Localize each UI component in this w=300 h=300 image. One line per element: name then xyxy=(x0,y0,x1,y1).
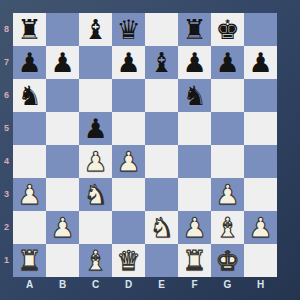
square-d2[interactable] xyxy=(112,211,145,244)
square-f4[interactable] xyxy=(178,145,211,178)
black-pawn[interactable]: ♟ xyxy=(83,112,107,145)
file-label-a: A xyxy=(13,277,46,300)
rank-label-8: 8 xyxy=(0,13,13,46)
square-b4[interactable] xyxy=(46,145,79,178)
file-label-h: H xyxy=(244,277,277,300)
rank-label-4: 4 xyxy=(0,145,13,178)
square-c6[interactable] xyxy=(79,79,112,112)
square-h8[interactable] xyxy=(244,13,277,46)
square-e1[interactable] xyxy=(145,244,178,277)
square-g5[interactable] xyxy=(211,112,244,145)
square-a2[interactable] xyxy=(13,211,46,244)
file-label-g: G xyxy=(211,277,244,300)
square-b8[interactable] xyxy=(46,13,79,46)
square-e8[interactable] xyxy=(145,13,178,46)
square-b7[interactable]: ♟ xyxy=(46,46,79,79)
black-pawn[interactable]: ♟ xyxy=(50,46,74,79)
square-h1[interactable] xyxy=(244,244,277,277)
square-c2[interactable] xyxy=(79,211,112,244)
square-g6[interactable] xyxy=(211,79,244,112)
rank-label-1: 1 xyxy=(0,244,13,277)
rank-label-7: 7 xyxy=(0,46,13,79)
black-rook[interactable]: ♜ xyxy=(182,13,206,46)
white-pawn[interactable]: ♟ xyxy=(248,211,272,244)
square-d6[interactable] xyxy=(112,79,145,112)
square-f3[interactable] xyxy=(178,178,211,211)
square-h7[interactable]: ♟ xyxy=(244,46,277,79)
rank-label-2: 2 xyxy=(0,211,13,244)
white-bishop[interactable]: ♝ xyxy=(215,211,239,244)
black-knight[interactable]: ♞ xyxy=(182,79,206,112)
square-h2[interactable]: ♟ xyxy=(244,211,277,244)
square-d8[interactable]: ♛ xyxy=(112,13,145,46)
rank-label-3: 3 xyxy=(0,178,13,211)
chess-board[interactable]: ♜♝♛♜♚♟♟♟♝♟♟♟♞♞♟♟♟♟♞♟♟♞♟♝♟♜♝♛♜♚ xyxy=(13,13,277,277)
square-a8[interactable]: ♜ xyxy=(13,13,46,46)
square-h5[interactable] xyxy=(244,112,277,145)
square-f7[interactable]: ♟ xyxy=(178,46,211,79)
square-b5[interactable] xyxy=(46,112,79,145)
square-a4[interactable] xyxy=(13,145,46,178)
square-d5[interactable] xyxy=(112,112,145,145)
white-pawn[interactable]: ♟ xyxy=(83,145,107,178)
square-c4[interactable]: ♟ xyxy=(79,145,112,178)
square-e2[interactable]: ♞ xyxy=(145,211,178,244)
white-pawn[interactable]: ♟ xyxy=(215,178,239,211)
square-h3[interactable] xyxy=(244,178,277,211)
square-e5[interactable] xyxy=(145,112,178,145)
square-f5[interactable] xyxy=(178,112,211,145)
black-pawn[interactable]: ♟ xyxy=(17,46,41,79)
square-a5[interactable] xyxy=(13,112,46,145)
square-d7[interactable]: ♟ xyxy=(112,46,145,79)
square-c5[interactable]: ♟ xyxy=(79,112,112,145)
white-pawn[interactable]: ♟ xyxy=(50,211,74,244)
square-g1[interactable]: ♚ xyxy=(211,244,244,277)
square-e4[interactable] xyxy=(145,145,178,178)
file-label-f: F xyxy=(178,277,211,300)
square-g7[interactable]: ♟ xyxy=(211,46,244,79)
square-a1[interactable]: ♜ xyxy=(13,244,46,277)
square-d1[interactable]: ♛ xyxy=(112,244,145,277)
square-d4[interactable]: ♟ xyxy=(112,145,145,178)
black-pawn[interactable]: ♟ xyxy=(116,46,140,79)
white-queen[interactable]: ♛ xyxy=(116,244,140,277)
square-g4[interactable] xyxy=(211,145,244,178)
black-bishop[interactable]: ♝ xyxy=(83,13,107,46)
square-d3[interactable] xyxy=(112,178,145,211)
square-f2[interactable]: ♟ xyxy=(178,211,211,244)
square-a6[interactable]: ♞ xyxy=(13,79,46,112)
square-b3[interactable] xyxy=(46,178,79,211)
white-rook[interactable]: ♜ xyxy=(182,244,206,277)
square-b2[interactable]: ♟ xyxy=(46,211,79,244)
square-g3[interactable]: ♟ xyxy=(211,178,244,211)
rank-label-6: 6 xyxy=(0,79,13,112)
square-e3[interactable] xyxy=(145,178,178,211)
square-c3[interactable]: ♞ xyxy=(79,178,112,211)
square-g2[interactable]: ♝ xyxy=(211,211,244,244)
square-b1[interactable] xyxy=(46,244,79,277)
rank-label-5: 5 xyxy=(0,112,13,145)
square-h4[interactable] xyxy=(244,145,277,178)
square-c8[interactable]: ♝ xyxy=(79,13,112,46)
white-rook[interactable]: ♜ xyxy=(17,244,41,277)
white-bishop[interactable]: ♝ xyxy=(83,244,107,277)
square-b6[interactable] xyxy=(46,79,79,112)
square-g8[interactable]: ♚ xyxy=(211,13,244,46)
white-pawn[interactable]: ♟ xyxy=(182,211,206,244)
black-pawn[interactable]: ♟ xyxy=(215,46,239,79)
square-e7[interactable]: ♝ xyxy=(145,46,178,79)
black-pawn[interactable]: ♟ xyxy=(182,46,206,79)
file-label-d: D xyxy=(112,277,145,300)
black-rook[interactable]: ♜ xyxy=(17,13,41,46)
square-c7[interactable] xyxy=(79,46,112,79)
white-pawn[interactable]: ♟ xyxy=(17,178,41,211)
file-label-e: E xyxy=(145,277,178,300)
white-pawn[interactable]: ♟ xyxy=(116,145,140,178)
square-a7[interactable]: ♟ xyxy=(13,46,46,79)
square-f8[interactable]: ♜ xyxy=(178,13,211,46)
black-knight[interactable]: ♞ xyxy=(17,79,41,112)
black-bishop[interactable]: ♝ xyxy=(149,46,173,79)
file-label-c: C xyxy=(79,277,112,300)
black-pawn[interactable]: ♟ xyxy=(248,46,272,79)
white-knight[interactable]: ♞ xyxy=(149,211,173,244)
square-f1[interactable]: ♜ xyxy=(178,244,211,277)
white-king[interactable]: ♚ xyxy=(215,244,239,277)
square-e6[interactable] xyxy=(145,79,178,112)
file-label-b: B xyxy=(46,277,79,300)
square-c1[interactable]: ♝ xyxy=(79,244,112,277)
black-queen[interactable]: ♛ xyxy=(116,13,140,46)
black-king[interactable]: ♚ xyxy=(215,13,239,46)
white-knight[interactable]: ♞ xyxy=(83,178,107,211)
square-a3[interactable]: ♟ xyxy=(13,178,46,211)
square-h6[interactable] xyxy=(244,79,277,112)
square-f6[interactable]: ♞ xyxy=(178,79,211,112)
file-labels: ABCDEFGH xyxy=(13,277,277,300)
board-border: 87654321 ♜♝♛♜♚♟♟♟♝♟♟♟♞♞♟♟♟♟♞♟♟♞♟♝♟♜♝♛♜♚ … xyxy=(0,0,300,300)
rank-labels: 87654321 xyxy=(0,13,13,277)
